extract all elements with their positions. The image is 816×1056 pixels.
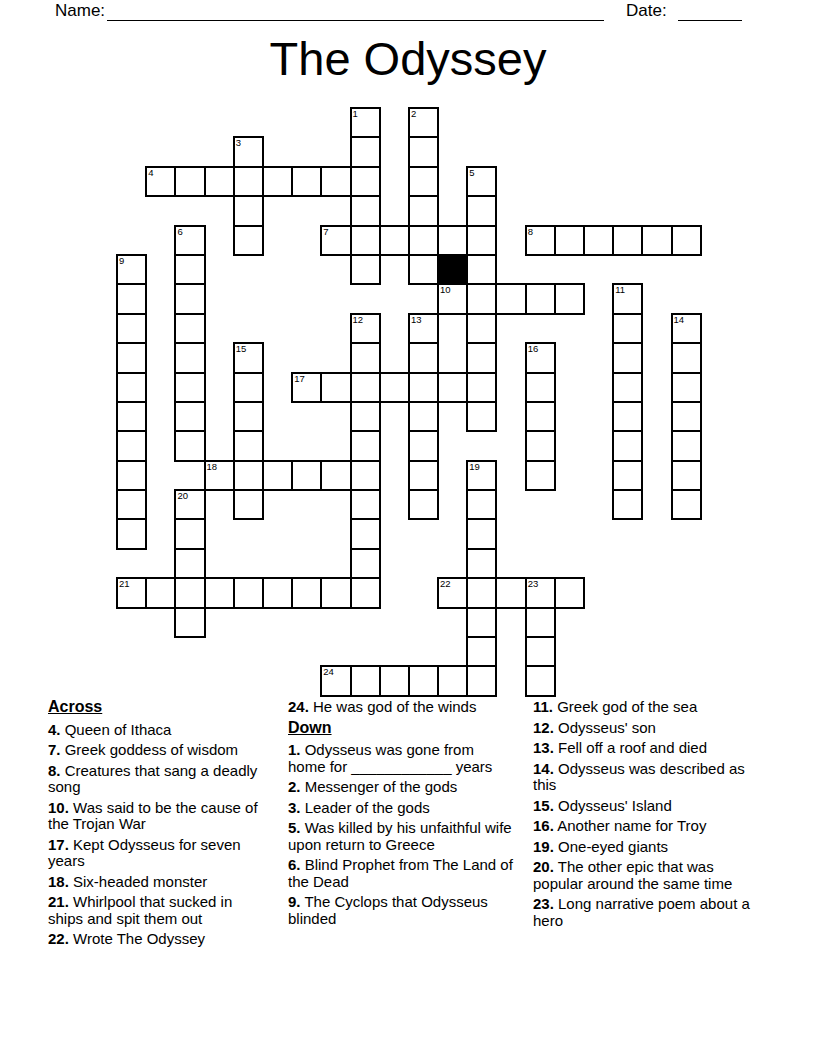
grid-cell[interactable] [351, 343, 380, 372]
clue-down-12: 12. Odysseus' son [533, 720, 765, 737]
clue-number: 1. [288, 741, 301, 758]
grid-cell[interactable] [467, 343, 496, 372]
grid-cell[interactable] [175, 578, 204, 607]
grid-cell[interactable] [467, 284, 496, 313]
puzzle-title: The Odyssey [0, 31, 816, 86]
grid-cell[interactable] [409, 226, 438, 255]
cell-number: 18 [207, 461, 218, 472]
grid-cell[interactable] [613, 314, 642, 343]
clue-across-8: 8. Creatures that sang a deadly song [48, 763, 260, 796]
grid-cell[interactable] [263, 461, 292, 490]
cell-number: 6 [177, 226, 182, 237]
grid-cell[interactable] [526, 373, 555, 402]
grid-cell[interactable] [438, 226, 467, 255]
grid-cell[interactable] [234, 167, 263, 196]
grid-cell[interactable] [321, 167, 350, 196]
grid-cell[interactable] [526, 608, 555, 637]
clue-number: 9. [288, 893, 301, 910]
grid-cell[interactable] [117, 373, 146, 402]
grid-cell[interactable]: 8 [526, 226, 555, 255]
grid-cell[interactable] [526, 284, 555, 313]
grid-cell[interactable] [672, 373, 701, 402]
grid-cell[interactable] [613, 402, 642, 431]
grid-cell[interactable] [496, 578, 525, 607]
grid-cell[interactable] [351, 402, 380, 431]
grid-cell[interactable]: 12 [351, 314, 380, 343]
grid-cell[interactable] [292, 461, 321, 490]
grid-cell[interactable] [555, 284, 584, 313]
grid-cell[interactable]: 1 [351, 108, 380, 137]
cell-number: 1 [353, 108, 358, 119]
black-cell [438, 255, 467, 284]
clue-number: 19. [533, 838, 554, 855]
grid-cell[interactable] [613, 226, 642, 255]
grid-cell[interactable] [467, 196, 496, 225]
grid-cell[interactable] [175, 255, 204, 284]
cell-number: 17 [294, 373, 305, 384]
grid-cell[interactable] [438, 666, 467, 695]
clue-number: 3. [288, 799, 301, 816]
cell-number: 4 [148, 167, 153, 178]
clue-number: 24. [288, 698, 309, 715]
grid-cell[interactable] [438, 373, 467, 402]
grid-cell[interactable] [672, 431, 701, 460]
grid-cell[interactable] [496, 284, 525, 313]
clue-down-3: 3. Leader of the gods [288, 800, 514, 817]
grid-cell[interactable] [175, 519, 204, 548]
grid-cell[interactable] [351, 666, 380, 695]
clue-down-5: 5. Was killed by his unfaithful wife upo… [288, 820, 514, 853]
cell-number: 12 [353, 314, 364, 325]
clue-down-23: 23. Long narrative poem about a hero [533, 896, 765, 929]
clue-down-20: 20. The other epic that was popular arou… [533, 859, 765, 892]
grid-cell[interactable] [555, 578, 584, 607]
cell-number: 8 [528, 226, 533, 237]
clue-down-19: 19. One-eyed giants [533, 839, 765, 856]
grid-cell[interactable] [380, 373, 409, 402]
date-label: Date: [626, 2, 667, 20]
grid-cell[interactable] [467, 490, 496, 519]
grid-cell[interactable] [175, 314, 204, 343]
grid-cell[interactable] [409, 666, 438, 695]
grid-cell[interactable]: 2 [409, 108, 438, 137]
grid-cell[interactable]: 7 [321, 226, 350, 255]
clue-number: 15. [533, 797, 554, 814]
cell-number: 15 [236, 343, 247, 354]
clue-down-11: 11. Greek god of the sea [533, 699, 765, 716]
grid-cell[interactable]: 13 [409, 314, 438, 343]
grid-cell[interactable] [526, 637, 555, 666]
grid-cell[interactable] [409, 196, 438, 225]
grid-cell[interactable] [263, 578, 292, 607]
grid-cell[interactable] [175, 343, 204, 372]
clue-number: 16. [533, 817, 554, 834]
grid-cell[interactable] [205, 167, 234, 196]
clue-column-right: 11. Greek god of the sea12. Odysseus' so… [533, 699, 765, 933]
cell-number: 19 [469, 461, 480, 472]
crossword-grid: 478101718212223241235691112131415161920 [117, 108, 701, 696]
cell-number: 14 [674, 314, 685, 325]
grid-cell[interactable] [642, 226, 671, 255]
grid-cell[interactable] [351, 461, 380, 490]
grid-cell[interactable] [380, 226, 409, 255]
clue-number: 11. [533, 698, 553, 715]
grid-cell[interactable] [117, 314, 146, 343]
grid-cell[interactable] [467, 549, 496, 578]
grid-cell[interactable]: 17 [292, 373, 321, 402]
grid-cell[interactable]: 18 [205, 461, 234, 490]
grid-cell[interactable] [613, 373, 642, 402]
grid-cell[interactable] [292, 578, 321, 607]
grid-cell[interactable] [584, 226, 613, 255]
grid-cell[interactable] [672, 402, 701, 431]
clue-across-10: 10. Was said to be the cause of the Troj… [48, 800, 260, 833]
clue-number: 20. [533, 858, 554, 875]
grid-cell[interactable] [234, 196, 263, 225]
clue-number: 7. [48, 741, 61, 758]
grid-cell[interactable] [117, 402, 146, 431]
grid-cell[interactable]: 4 [146, 167, 175, 196]
grid-cell[interactable] [467, 608, 496, 637]
cell-number: 11 [615, 284, 625, 295]
grid-cell[interactable] [351, 196, 380, 225]
clue-number: 14. [533, 760, 554, 777]
grid-cell[interactable] [672, 226, 701, 255]
cell-number: 22 [440, 578, 451, 589]
grid-cell[interactable] [117, 343, 146, 372]
cell-number: 2 [411, 108, 416, 119]
grid-cell[interactable] [351, 519, 380, 548]
cell-number: 23 [528, 578, 539, 589]
grid-cell[interactable] [351, 226, 380, 255]
clue-number: 4. [48, 721, 61, 738]
clue-down-13: 13. Fell off a roof and died [533, 740, 765, 757]
grid-cell[interactable] [467, 314, 496, 343]
grid-cell[interactable] [321, 373, 350, 402]
cell-number: 10 [440, 284, 451, 295]
grid-cell[interactable] [234, 431, 263, 460]
grid-cell[interactable]: 21 [117, 578, 146, 607]
grid-cell[interactable] [351, 137, 380, 166]
grid-cell[interactable] [234, 373, 263, 402]
cell-number: 7 [323, 226, 328, 237]
grid-cell[interactable] [467, 402, 496, 431]
cell-number: 20 [177, 490, 188, 501]
grid-cell[interactable]: 10 [438, 284, 467, 313]
grid-cell[interactable] [117, 519, 146, 548]
grid-cell[interactable]: 24 [321, 666, 350, 695]
grid-cell[interactable] [672, 461, 701, 490]
grid-cell[interactable] [175, 549, 204, 578]
grid-cell[interactable] [175, 402, 204, 431]
grid-cell[interactable] [205, 578, 234, 607]
grid-cell[interactable] [351, 578, 380, 607]
grid-cell[interactable] [409, 490, 438, 519]
grid-cell[interactable]: 9 [117, 255, 146, 284]
grid-cell[interactable] [351, 373, 380, 402]
grid-cell[interactable] [263, 167, 292, 196]
clue-number: 2. [288, 778, 301, 795]
grid-cell[interactable] [526, 461, 555, 490]
grid-cell[interactable] [234, 490, 263, 519]
grid-cell[interactable] [409, 167, 438, 196]
clue-number: 5. [288, 819, 301, 836]
grid-cell[interactable]: 23 [526, 578, 555, 607]
clue-across-22: 22. Wrote The Odyssey [48, 931, 260, 948]
cell-number: 21 [119, 578, 130, 589]
grid-cell[interactable] [175, 167, 204, 196]
grid-cell[interactable] [351, 255, 380, 284]
clue-down-14: 14. Odysseus was described as this [533, 761, 765, 794]
grid-cell[interactable] [380, 666, 409, 695]
crossword-worksheet: Name: Date: The Odyssey 4781017182122232… [0, 0, 816, 1056]
clue-column-middle: 24. He was god of the windsDown1. Odysse… [288, 699, 514, 931]
clue-number: 13. [533, 739, 554, 756]
clue-column-left: Across4. Queen of Ithaca7. Greek goddess… [48, 699, 260, 952]
clue-across-17: 17. Kept Odysseus for seven years [48, 837, 260, 870]
grid-cell[interactable] [526, 666, 555, 695]
grid-cell[interactable] [117, 284, 146, 313]
grid-cell[interactable] [526, 402, 555, 431]
grid-cell[interactable] [409, 402, 438, 431]
grid-cell[interactable] [351, 490, 380, 519]
grid-cell[interactable]: 20 [175, 490, 204, 519]
clue-number: 23. [533, 895, 554, 912]
grid-cell[interactable] [672, 343, 701, 372]
grid-cell[interactable] [467, 519, 496, 548]
grid-cell[interactable] [467, 373, 496, 402]
cell-number: 24 [323, 666, 334, 677]
clue-down-9: 9. The Cyclops that Odysseus blinded [288, 894, 514, 927]
grid-cell[interactable] [234, 402, 263, 431]
grid-cell[interactable] [175, 431, 204, 460]
grid-cell[interactable]: 3 [234, 137, 263, 166]
clue-across-4: 4. Queen of Ithaca [48, 722, 260, 739]
grid-cell[interactable] [613, 490, 642, 519]
grid-cell[interactable] [117, 461, 146, 490]
clue-across-7: 7. Greek goddess of wisdom [48, 742, 260, 759]
clue-number: 18. [48, 873, 69, 890]
grid-cell[interactable] [467, 578, 496, 607]
grid-cell[interactable]: 15 [234, 343, 263, 372]
grid-cell[interactable] [351, 167, 380, 196]
grid-cell[interactable] [409, 431, 438, 460]
grid-cell[interactable] [234, 578, 263, 607]
name-label: Name: [55, 2, 105, 20]
clue-down-15: 15. Odysseus' Island [533, 798, 765, 815]
grid-cell[interactable] [292, 167, 321, 196]
grid-cell[interactable] [117, 431, 146, 460]
grid-cell[interactable] [526, 431, 555, 460]
grid-cell[interactable] [117, 490, 146, 519]
grid-cell[interactable] [146, 578, 175, 607]
grid-cell[interactable] [234, 461, 263, 490]
grid-cell[interactable] [321, 578, 350, 607]
grid-cell[interactable] [234, 226, 263, 255]
cell-number: 3 [236, 137, 241, 148]
clue-number: 10. [48, 799, 69, 816]
grid-cell[interactable] [555, 226, 584, 255]
date-blank-line [678, 3, 742, 21]
cell-number: 13 [411, 314, 422, 325]
grid-cell[interactable] [467, 226, 496, 255]
grid-cell[interactable] [351, 431, 380, 460]
grid-cell[interactable]: 11 [613, 284, 642, 313]
grid-cell[interactable] [672, 490, 701, 519]
clues-header-across: Across [48, 699, 260, 716]
grid-cell[interactable] [409, 461, 438, 490]
clue-number: 22. [48, 930, 69, 947]
grid-cell[interactable] [613, 431, 642, 460]
clue-number: 17. [48, 836, 69, 853]
grid-cell[interactable] [409, 343, 438, 372]
grid-cell[interactable] [175, 608, 204, 637]
grid-cell[interactable] [467, 637, 496, 666]
grid-cell[interactable]: 6 [175, 226, 204, 255]
grid-cell[interactable] [175, 284, 204, 313]
cell-number: 9 [119, 255, 124, 266]
grid-cell[interactable] [321, 461, 350, 490]
grid-cell[interactable]: 22 [438, 578, 467, 607]
clue-across-18: 18. Six-headed monster [48, 874, 260, 891]
clues-header-down: Down [288, 720, 514, 737]
clue-number: 8. [48, 762, 61, 779]
grid-cell[interactable]: 5 [467, 167, 496, 196]
clue-down-16: 16. Another name for Troy [533, 818, 765, 835]
grid-cell[interactable] [351, 549, 380, 578]
clue-across-21: 21. Whirlpool that sucked in ships and s… [48, 894, 260, 927]
cell-number: 16 [528, 343, 539, 354]
grid-cell[interactable] [409, 373, 438, 402]
grid-cell[interactable] [467, 255, 496, 284]
grid-cell[interactable] [175, 373, 204, 402]
grid-cell[interactable] [409, 137, 438, 166]
grid-cell[interactable] [467, 666, 496, 695]
clue-number: 21. [48, 893, 69, 910]
grid-cell[interactable]: 14 [672, 314, 701, 343]
grid-cell[interactable] [409, 255, 438, 284]
clue-down-6: 6. Blind Prophet from The Land of the De… [288, 857, 514, 890]
clue-down-2: 2. Messenger of the gods [288, 779, 514, 796]
cell-number: 5 [469, 167, 474, 178]
grid-cell[interactable] [613, 461, 642, 490]
grid-cell[interactable] [613, 343, 642, 372]
clue-number: 12. [533, 719, 554, 736]
clue-number: 6. [288, 856, 301, 873]
name-blank-line [107, 3, 604, 21]
grid-cell[interactable]: 16 [526, 343, 555, 372]
grid-cell[interactable]: 19 [467, 461, 496, 490]
clue-down-1: 1. Odysseus was gone from home for _____… [288, 742, 514, 775]
clue-across-24: 24. He was god of the winds [288, 699, 514, 716]
